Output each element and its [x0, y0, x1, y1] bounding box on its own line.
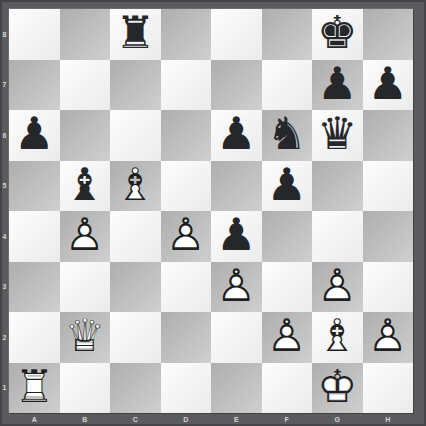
rank-labels: 87654321: [0, 9, 9, 413]
file-label: H: [363, 413, 414, 426]
black-bishop[interactable]: ♝: [60, 161, 111, 212]
black-pawn[interactable]: ♟: [9, 110, 60, 161]
white-queen[interactable]: ♛♕: [60, 312, 111, 363]
square-g5[interactable]: [312, 161, 363, 212]
black-rook[interactable]: ♜: [110, 9, 161, 60]
black-knight[interactable]: ♞: [262, 110, 313, 161]
square-b4[interactable]: ♟♙: [60, 211, 111, 262]
black-queen[interactable]: ♛: [312, 110, 363, 161]
square-f8[interactable]: [262, 9, 313, 60]
square-h2[interactable]: ♟♙: [363, 312, 414, 363]
white-pawn-outline: ♙: [161, 211, 212, 262]
square-d2[interactable]: [161, 312, 212, 363]
chess-board-frame: 87654321 ABCDEFGH ♜♚♟♟♟♟♞♛♝♝♗♟♟♙♟♙♟♟♙♟♙♛…: [0, 0, 426, 426]
chess-board: ♜♚♟♟♟♟♞♛♝♝♗♟♟♙♟♙♟♟♙♟♙♛♕♟♙♝♗♟♙♜♖♚♔: [9, 9, 413, 413]
file-label: F: [262, 413, 313, 426]
square-h3[interactable]: [363, 262, 414, 313]
square-g2[interactable]: ♝♗: [312, 312, 363, 363]
file-label: B: [60, 413, 111, 426]
black-rook-glyph: ♜: [110, 9, 161, 60]
square-a7[interactable]: [9, 60, 60, 111]
black-knight-glyph: ♞: [262, 110, 313, 161]
square-a2[interactable]: [9, 312, 60, 363]
square-a8[interactable]: [9, 9, 60, 60]
square-e7[interactable]: [211, 60, 262, 111]
white-bishop-outline: ♗: [110, 161, 161, 212]
square-g6[interactable]: ♛: [312, 110, 363, 161]
white-pawn-outline: ♙: [262, 312, 313, 363]
rank-label: 6: [0, 110, 9, 161]
square-c1[interactable]: [110, 363, 161, 414]
square-a1[interactable]: ♜♖: [9, 363, 60, 414]
square-f1[interactable]: [262, 363, 313, 414]
black-king-glyph: ♚: [312, 9, 363, 60]
rank-label: 8: [0, 9, 9, 60]
file-label: D: [161, 413, 212, 426]
white-queen-outline: ♕: [60, 312, 111, 363]
black-pawn-glyph: ♟: [9, 110, 60, 161]
black-pawn[interactable]: ♟: [363, 60, 414, 111]
square-g1[interactable]: ♚♔: [312, 363, 363, 414]
file-label: E: [211, 413, 262, 426]
square-c5[interactable]: ♝♗: [110, 161, 161, 212]
square-b6[interactable]: [60, 110, 111, 161]
white-pawn[interactable]: ♟♙: [363, 312, 414, 363]
square-d3[interactable]: [161, 262, 212, 313]
square-h5[interactable]: [363, 161, 414, 212]
black-pawn-glyph: ♟: [262, 161, 313, 212]
black-pawn-glyph: ♟: [363, 60, 414, 111]
square-d5[interactable]: [161, 161, 212, 212]
white-pawn[interactable]: ♟♙: [262, 312, 313, 363]
black-bishop-glyph: ♝: [60, 161, 111, 212]
black-pawn-glyph: ♟: [312, 60, 363, 111]
square-e6[interactable]: ♟: [211, 110, 262, 161]
white-pawn-outline: ♙: [312, 262, 363, 313]
rank-label: 3: [0, 262, 9, 313]
white-king[interactable]: ♚♔: [312, 363, 363, 414]
square-f7[interactable]: [262, 60, 313, 111]
square-b8[interactable]: [60, 9, 111, 60]
square-b3[interactable]: [60, 262, 111, 313]
black-pawn-glyph: ♟: [211, 211, 262, 262]
black-king[interactable]: ♚: [312, 9, 363, 60]
square-d6[interactable]: [161, 110, 212, 161]
square-a6[interactable]: ♟: [9, 110, 60, 161]
white-bishop[interactable]: ♝♗: [110, 161, 161, 212]
square-f6[interactable]: ♞: [262, 110, 313, 161]
black-queen-glyph: ♛: [312, 110, 363, 161]
white-pawn-outline: ♙: [363, 312, 414, 363]
white-rook-outline: ♖: [9, 363, 60, 414]
square-d1[interactable]: [161, 363, 212, 414]
black-pawn[interactable]: ♟: [211, 110, 262, 161]
square-h7[interactable]: ♟: [363, 60, 414, 111]
white-pawn-outline: ♙: [60, 211, 111, 262]
square-f3[interactable]: [262, 262, 313, 313]
square-g3[interactable]: ♟♙: [312, 262, 363, 313]
file-labels: ABCDEFGH: [9, 413, 413, 426]
square-h6[interactable]: [363, 110, 414, 161]
white-pawn[interactable]: ♟♙: [312, 262, 363, 313]
black-pawn[interactable]: ♟: [262, 161, 313, 212]
black-pawn[interactable]: ♟: [312, 60, 363, 111]
square-h8[interactable]: [363, 9, 414, 60]
square-c8[interactable]: ♜: [110, 9, 161, 60]
square-f5[interactable]: ♟: [262, 161, 313, 212]
rank-label: 7: [0, 60, 9, 111]
white-pawn[interactable]: ♟♙: [211, 262, 262, 313]
square-e1[interactable]: [211, 363, 262, 414]
rank-label: 2: [0, 312, 9, 363]
white-bishop-outline: ♗: [312, 312, 363, 363]
white-king-outline: ♔: [312, 363, 363, 414]
square-e8[interactable]: [211, 9, 262, 60]
square-b7[interactable]: [60, 60, 111, 111]
square-b5[interactable]: ♝: [60, 161, 111, 212]
square-g8[interactable]: ♚: [312, 9, 363, 60]
square-f4[interactable]: [262, 211, 313, 262]
square-c3[interactable]: [110, 262, 161, 313]
square-g4[interactable]: [312, 211, 363, 262]
white-pawn[interactable]: ♟♙: [161, 211, 212, 262]
rank-label: 1: [0, 363, 9, 414]
square-h1[interactable]: [363, 363, 414, 414]
square-a4[interactable]: [9, 211, 60, 262]
white-pawn[interactable]: ♟♙: [60, 211, 111, 262]
square-h4[interactable]: [363, 211, 414, 262]
square-d7[interactable]: [161, 60, 212, 111]
square-f2[interactable]: ♟♙: [262, 312, 313, 363]
square-e5[interactable]: [211, 161, 262, 212]
black-pawn-glyph: ♟: [211, 110, 262, 161]
file-label: C: [110, 413, 161, 426]
square-c2[interactable]: [110, 312, 161, 363]
square-a5[interactable]: [9, 161, 60, 212]
square-d8[interactable]: [161, 9, 212, 60]
square-e4[interactable]: ♟: [211, 211, 262, 262]
rank-label: 5: [0, 161, 9, 212]
square-b2[interactable]: ♛♕: [60, 312, 111, 363]
rank-label: 4: [0, 211, 9, 262]
white-rook[interactable]: ♜♖: [9, 363, 60, 414]
black-pawn[interactable]: ♟: [211, 211, 262, 262]
file-label: A: [9, 413, 60, 426]
square-b1[interactable]: [60, 363, 111, 414]
square-d4[interactable]: ♟♙: [161, 211, 212, 262]
white-pawn-outline: ♙: [211, 262, 262, 313]
square-c6[interactable]: [110, 110, 161, 161]
square-c4[interactable]: [110, 211, 161, 262]
square-a3[interactable]: [9, 262, 60, 313]
square-e2[interactable]: [211, 312, 262, 363]
file-label: G: [312, 413, 363, 426]
square-c7[interactable]: [110, 60, 161, 111]
white-bishop[interactable]: ♝♗: [312, 312, 363, 363]
square-e3[interactable]: ♟♙: [211, 262, 262, 313]
square-g7[interactable]: ♟: [312, 60, 363, 111]
